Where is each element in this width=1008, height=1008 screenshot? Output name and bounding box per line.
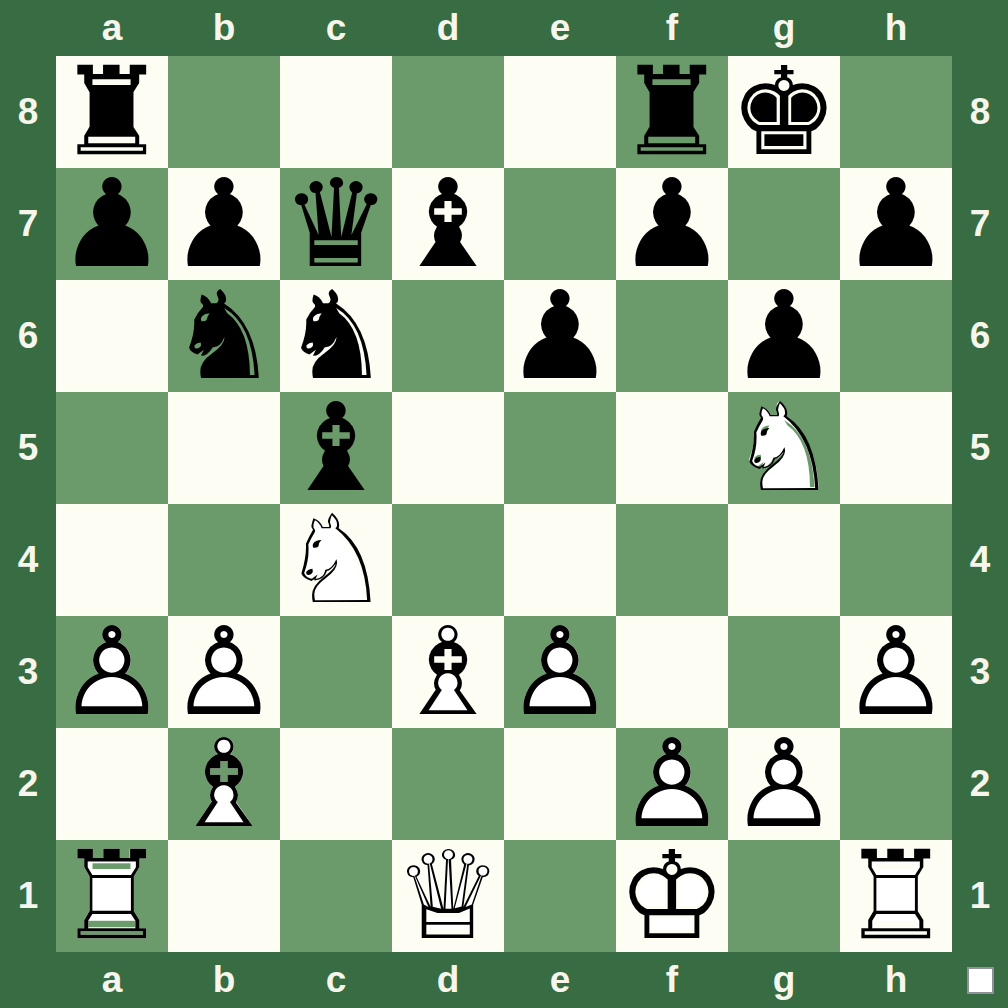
- rank-label-1: 1: [952, 840, 1008, 952]
- file-label-b: b: [168, 0, 280, 56]
- piece-solid-layer: ♟: [56, 168, 168, 280]
- piece-outline-layer: ♙: [168, 616, 280, 728]
- square-c4[interactable]: ♞♘: [280, 504, 392, 616]
- piece-white-pawn[interactable]: ♟♙: [728, 728, 840, 840]
- square-a1[interactable]: ♜♖: [56, 840, 168, 952]
- square-a2[interactable]: [56, 728, 168, 840]
- square-d7[interactable]: ♝: [392, 168, 504, 280]
- rank-label-5: 5: [0, 392, 56, 504]
- piece-black-king[interactable]: ♚: [728, 56, 840, 168]
- square-e1[interactable]: [504, 840, 616, 952]
- piece-white-pawn[interactable]: ♟♙: [616, 728, 728, 840]
- square-g6[interactable]: ♟: [728, 280, 840, 392]
- square-h6[interactable]: [840, 280, 952, 392]
- square-e3[interactable]: ♟♙: [504, 616, 616, 728]
- square-c8[interactable]: [280, 56, 392, 168]
- rank-label-4: 4: [952, 504, 1008, 616]
- file-label-e: e: [504, 952, 616, 1008]
- square-f1[interactable]: ♚♔: [616, 840, 728, 952]
- piece-outline-layer: ♘: [728, 392, 840, 504]
- square-g5[interactable]: ♞♘: [728, 392, 840, 504]
- piece-white-pawn[interactable]: ♟♙: [504, 616, 616, 728]
- piece-outline-layer: ♗: [168, 728, 280, 840]
- piece-outline-layer: ♙: [504, 616, 616, 728]
- square-g2[interactable]: ♟♙: [728, 728, 840, 840]
- file-label-b: b: [168, 952, 280, 1008]
- square-c1[interactable]: [280, 840, 392, 952]
- piece-solid-layer: ♚: [728, 56, 840, 168]
- piece-outline-layer: ♙: [616, 728, 728, 840]
- square-c6[interactable]: ♞: [280, 280, 392, 392]
- file-label-h: h: [840, 0, 952, 56]
- piece-black-bishop[interactable]: ♝: [392, 168, 504, 280]
- piece-white-knight[interactable]: ♞♘: [728, 392, 840, 504]
- square-b4[interactable]: [168, 504, 280, 616]
- square-g3[interactable]: [728, 616, 840, 728]
- square-g7[interactable]: [728, 168, 840, 280]
- square-g1[interactable]: [728, 840, 840, 952]
- square-c2[interactable]: [280, 728, 392, 840]
- square-a4[interactable]: [56, 504, 168, 616]
- square-a3[interactable]: ♟♙: [56, 616, 168, 728]
- piece-outline-layer: ♘: [280, 504, 392, 616]
- square-b1[interactable]: [168, 840, 280, 952]
- rank-label-8: 8: [0, 56, 56, 168]
- file-labels-bottom: abcdefgh: [56, 952, 952, 1008]
- square-c7[interactable]: ♛: [280, 168, 392, 280]
- piece-black-rook[interactable]: ♜: [616, 56, 728, 168]
- piece-solid-layer: ♟: [840, 168, 952, 280]
- square-d4[interactable]: [392, 504, 504, 616]
- rank-label-2: 2: [952, 728, 1008, 840]
- square-e6[interactable]: ♟: [504, 280, 616, 392]
- piece-outline-layer: ♔: [616, 840, 728, 952]
- square-f8[interactable]: ♜: [616, 56, 728, 168]
- square-b3[interactable]: ♟♙: [168, 616, 280, 728]
- square-b5[interactable]: [168, 392, 280, 504]
- square-h2[interactable]: [840, 728, 952, 840]
- piece-black-pawn[interactable]: ♟: [56, 168, 168, 280]
- rank-label-5: 5: [952, 392, 1008, 504]
- square-h4[interactable]: [840, 504, 952, 616]
- piece-solid-layer: ♟: [504, 280, 616, 392]
- square-e2[interactable]: [504, 728, 616, 840]
- square-h1[interactable]: ♜♖: [840, 840, 952, 952]
- square-b7[interactable]: ♟: [168, 168, 280, 280]
- square-e5[interactable]: [504, 392, 616, 504]
- file-label-c: c: [280, 952, 392, 1008]
- square-d8[interactable]: [392, 56, 504, 168]
- square-d6[interactable]: [392, 280, 504, 392]
- rank-label-1: 1: [0, 840, 56, 952]
- piece-white-pawn[interactable]: ♟♙: [840, 616, 952, 728]
- piece-outline-layer: ♖: [56, 840, 168, 952]
- rank-labels-left: 87654321: [0, 56, 56, 952]
- rank-label-2: 2: [0, 728, 56, 840]
- square-c3[interactable]: [280, 616, 392, 728]
- piece-outline-layer: ♕: [392, 840, 504, 952]
- piece-white-rook[interactable]: ♜♖: [56, 840, 168, 952]
- square-b6[interactable]: ♞: [168, 280, 280, 392]
- piece-black-knight[interactable]: ♞: [168, 280, 280, 392]
- file-label-d: d: [392, 0, 504, 56]
- square-e7[interactable]: [504, 168, 616, 280]
- piece-white-pawn[interactable]: ♟♙: [56, 616, 168, 728]
- piece-white-king[interactable]: ♚♔: [616, 840, 728, 952]
- square-a5[interactable]: [56, 392, 168, 504]
- piece-black-queen[interactable]: ♛: [280, 168, 392, 280]
- square-d1[interactable]: ♛♕: [392, 840, 504, 952]
- piece-outline-layer: ♖: [840, 840, 952, 952]
- rank-label-7: 7: [0, 168, 56, 280]
- file-label-c: c: [280, 0, 392, 56]
- piece-white-knight[interactable]: ♞♘: [280, 504, 392, 616]
- piece-white-bishop[interactable]: ♝♗: [168, 728, 280, 840]
- piece-solid-layer: ♟: [616, 168, 728, 280]
- piece-solid-layer: ♝: [392, 168, 504, 280]
- piece-solid-layer: ♜: [616, 56, 728, 168]
- white-to-move-indicator: [967, 967, 994, 994]
- square-f2[interactable]: ♟♙: [616, 728, 728, 840]
- board-grid: ♜♜♚♟♟♛♝♟♟♞♞♟♟♝♞♘♞♘♟♙♟♙♝♗♟♙♟♙♝♗♟♙♟♙♜♖♛♕♚♔…: [56, 56, 952, 952]
- square-d3[interactable]: ♝♗: [392, 616, 504, 728]
- piece-white-bishop[interactable]: ♝♗: [392, 616, 504, 728]
- piece-solid-layer: ♞: [168, 280, 280, 392]
- rank-label-6: 6: [0, 280, 56, 392]
- square-a8[interactable]: ♜: [56, 56, 168, 168]
- file-label-g: g: [728, 952, 840, 1008]
- square-f7[interactable]: ♟: [616, 168, 728, 280]
- piece-solid-layer: ♝: [280, 392, 392, 504]
- square-d2[interactable]: [392, 728, 504, 840]
- piece-black-bishop[interactable]: ♝: [280, 392, 392, 504]
- square-c5[interactable]: ♝: [280, 392, 392, 504]
- piece-white-rook[interactable]: ♜♖: [840, 840, 952, 952]
- square-h7[interactable]: ♟: [840, 168, 952, 280]
- piece-solid-layer: ♞: [280, 280, 392, 392]
- piece-outline-layer: ♙: [840, 616, 952, 728]
- rank-label-6: 6: [952, 280, 1008, 392]
- rank-label-3: 3: [952, 616, 1008, 728]
- square-g8[interactable]: ♚: [728, 56, 840, 168]
- rank-label-3: 3: [0, 616, 56, 728]
- square-f4[interactable]: [616, 504, 728, 616]
- piece-outline-layer: ♙: [728, 728, 840, 840]
- rank-label-7: 7: [952, 168, 1008, 280]
- piece-solid-layer: ♛: [280, 168, 392, 280]
- piece-outline-layer: ♙: [56, 616, 168, 728]
- square-a6[interactable]: [56, 280, 168, 392]
- square-g4[interactable]: [728, 504, 840, 616]
- square-h8[interactable]: [840, 56, 952, 168]
- piece-solid-layer: ♟: [728, 280, 840, 392]
- square-e8[interactable]: [504, 56, 616, 168]
- rank-label-8: 8: [952, 56, 1008, 168]
- piece-black-knight[interactable]: ♞: [280, 280, 392, 392]
- chessboard: abcdefgh abcdefgh 87654321 87654321 ♜♜♚♟…: [0, 0, 1008, 1008]
- piece-black-pawn[interactable]: ♟: [728, 280, 840, 392]
- square-f6[interactable]: [616, 280, 728, 392]
- square-b8[interactable]: [168, 56, 280, 168]
- piece-white-queen[interactable]: ♛♕: [392, 840, 504, 952]
- rank-label-4: 4: [0, 504, 56, 616]
- piece-black-pawn[interactable]: ♟: [840, 168, 952, 280]
- piece-black-rook[interactable]: ♜: [56, 56, 168, 168]
- rank-labels-right: 87654321: [952, 56, 1008, 952]
- piece-black-pawn[interactable]: ♟: [504, 280, 616, 392]
- square-h3[interactable]: ♟♙: [840, 616, 952, 728]
- square-d5[interactable]: [392, 392, 504, 504]
- square-a7[interactable]: ♟: [56, 168, 168, 280]
- file-label-e: e: [504, 0, 616, 56]
- square-b2[interactable]: ♝♗: [168, 728, 280, 840]
- square-f5[interactable]: [616, 392, 728, 504]
- square-e4[interactable]: [504, 504, 616, 616]
- piece-solid-layer: ♟: [168, 168, 280, 280]
- piece-outline-layer: ♗: [392, 616, 504, 728]
- piece-solid-layer: ♜: [56, 56, 168, 168]
- piece-white-pawn[interactable]: ♟♙: [168, 616, 280, 728]
- piece-black-pawn[interactable]: ♟: [168, 168, 280, 280]
- square-h5[interactable]: [840, 392, 952, 504]
- square-f3[interactable]: [616, 616, 728, 728]
- piece-black-pawn[interactable]: ♟: [616, 168, 728, 280]
